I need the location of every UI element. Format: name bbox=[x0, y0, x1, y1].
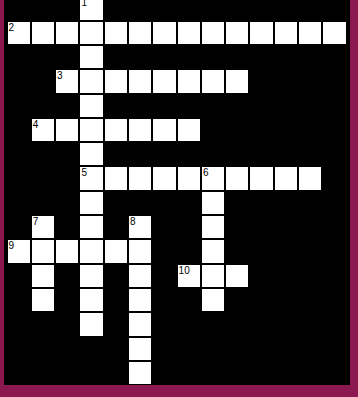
cell-r5c4[interactable] bbox=[104, 118, 128, 142]
clue-number-1: 1 bbox=[81, 0, 87, 8]
cell-r5c6[interactable] bbox=[152, 118, 176, 142]
clue-number-4: 4 bbox=[33, 119, 39, 130]
cell-r1c9[interactable] bbox=[225, 21, 249, 45]
cell-r9c1[interactable]: 7 bbox=[31, 215, 55, 239]
cell-r12c1[interactable] bbox=[31, 288, 55, 312]
clue-number-5: 5 bbox=[81, 167, 87, 178]
cell-r11c9[interactable] bbox=[225, 264, 249, 288]
cell-r12c5[interactable] bbox=[128, 288, 152, 312]
cell-r3c8[interactable] bbox=[201, 69, 225, 93]
cell-r4c3[interactable] bbox=[79, 94, 103, 118]
cell-r1c6[interactable] bbox=[152, 21, 176, 45]
cell-r1c2[interactable] bbox=[55, 21, 79, 45]
cell-r3c4[interactable] bbox=[104, 69, 128, 93]
cell-r1c1[interactable] bbox=[31, 21, 55, 45]
cell-r9c8[interactable] bbox=[201, 215, 225, 239]
cell-r1c12[interactable] bbox=[298, 21, 322, 45]
cell-r1c7[interactable] bbox=[177, 21, 201, 45]
cell-r1c3[interactable] bbox=[79, 21, 103, 45]
cell-r7c7[interactable] bbox=[177, 166, 201, 190]
cell-r3c7[interactable] bbox=[177, 69, 201, 93]
cell-r10c1[interactable] bbox=[31, 239, 55, 263]
cell-r10c3[interactable] bbox=[79, 239, 103, 263]
clue-number-6: 6 bbox=[203, 167, 209, 178]
cell-r0c3[interactable]: 1 bbox=[79, 0, 103, 21]
cell-r6c3[interactable] bbox=[79, 142, 103, 166]
cell-r1c8[interactable] bbox=[201, 21, 225, 45]
cell-r10c5[interactable] bbox=[128, 239, 152, 263]
cell-r11c1[interactable] bbox=[31, 264, 55, 288]
crossword-board: 12345678910 bbox=[7, 0, 347, 385]
cell-r3c2[interactable]: 3 bbox=[55, 69, 79, 93]
cell-r5c7[interactable] bbox=[177, 118, 201, 142]
clue-number-10: 10 bbox=[179, 265, 190, 276]
clue-number-8: 8 bbox=[130, 216, 136, 227]
cell-r7c11[interactable] bbox=[274, 166, 298, 190]
cell-r11c8[interactable] bbox=[201, 264, 225, 288]
cell-r12c3[interactable] bbox=[79, 288, 103, 312]
cell-r1c10[interactable] bbox=[249, 21, 273, 45]
cell-r10c0[interactable]: 9 bbox=[7, 239, 31, 263]
cell-r11c3[interactable] bbox=[79, 264, 103, 288]
cell-r10c2[interactable] bbox=[55, 239, 79, 263]
cell-r13c5[interactable] bbox=[128, 312, 152, 336]
crossword-field: 12345678910 bbox=[4, 0, 350, 385]
cell-r7c5[interactable] bbox=[128, 166, 152, 190]
clue-number-3: 3 bbox=[57, 70, 63, 81]
cell-r9c3[interactable] bbox=[79, 215, 103, 239]
clue-number-7: 7 bbox=[33, 216, 39, 227]
cell-r11c7[interactable]: 10 bbox=[177, 264, 201, 288]
cell-r7c6[interactable] bbox=[152, 166, 176, 190]
cell-r3c3[interactable] bbox=[79, 69, 103, 93]
cell-r5c2[interactable] bbox=[55, 118, 79, 142]
cell-r8c3[interactable] bbox=[79, 191, 103, 215]
cell-r7c10[interactable] bbox=[249, 166, 273, 190]
cell-r2c3[interactable] bbox=[79, 45, 103, 69]
cell-r3c6[interactable] bbox=[152, 69, 176, 93]
clue-number-2: 2 bbox=[9, 22, 15, 33]
crossword-window-frame: 12345678910 bbox=[0, 0, 358, 397]
cell-r1c13[interactable] bbox=[322, 21, 346, 45]
cell-r10c4[interactable] bbox=[104, 239, 128, 263]
cell-r12c8[interactable] bbox=[201, 288, 225, 312]
cell-r14c5[interactable] bbox=[128, 337, 152, 361]
cell-r7c12[interactable] bbox=[298, 166, 322, 190]
cell-r7c3[interactable]: 5 bbox=[79, 166, 103, 190]
cell-r10c8[interactable] bbox=[201, 239, 225, 263]
cell-r11c5[interactable] bbox=[128, 264, 152, 288]
cell-r8c8[interactable] bbox=[201, 191, 225, 215]
cell-r13c3[interactable] bbox=[79, 312, 103, 336]
cell-r7c9[interactable] bbox=[225, 166, 249, 190]
cell-r5c5[interactable] bbox=[128, 118, 152, 142]
cell-r5c1[interactable]: 4 bbox=[31, 118, 55, 142]
cell-r15c5[interactable] bbox=[128, 361, 152, 385]
cell-r7c4[interactable] bbox=[104, 166, 128, 190]
cell-r1c11[interactable] bbox=[274, 21, 298, 45]
clue-number-9: 9 bbox=[9, 240, 15, 251]
cell-r9c5[interactable]: 8 bbox=[128, 215, 152, 239]
cell-r3c5[interactable] bbox=[128, 69, 152, 93]
cell-r7c8[interactable]: 6 bbox=[201, 166, 225, 190]
cell-r1c5[interactable] bbox=[128, 21, 152, 45]
cell-r3c9[interactable] bbox=[225, 69, 249, 93]
cell-r5c3[interactable] bbox=[79, 118, 103, 142]
cell-r1c0[interactable]: 2 bbox=[7, 21, 31, 45]
cell-r1c4[interactable] bbox=[104, 21, 128, 45]
